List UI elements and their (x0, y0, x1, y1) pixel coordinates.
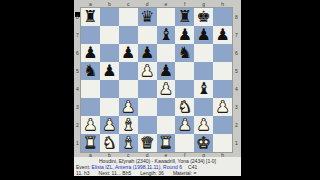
square-h2[interactable] (213, 116, 232, 134)
white-bishop: ♝ (121, 116, 135, 134)
last-move: 11. h3 (76, 170, 90, 176)
rank-labels-left: 87654321 (74, 8, 81, 152)
square-f5[interactable] (175, 62, 194, 80)
square-d2[interactable] (138, 116, 157, 134)
black-pawn: ♟ (159, 62, 173, 80)
square-d6[interactable]: ♟ (138, 44, 157, 62)
square-g1[interactable]: ♚ (194, 134, 213, 152)
white-pawn: ♟ (121, 98, 135, 116)
square-d3[interactable] (138, 98, 157, 116)
square-c3[interactable]: ♟ (119, 98, 138, 116)
video-frame: abcdefgh 87654321 87654321 abcdefgh ♜♛♜♚… (74, 0, 241, 176)
square-g6[interactable] (194, 44, 213, 62)
square-d1[interactable]: ♛ (138, 134, 157, 152)
square-d8[interactable]: ♛ (138, 8, 157, 26)
square-d7[interactable] (138, 26, 157, 44)
square-g7[interactable]: ♟ (194, 26, 213, 44)
game-info-panel: Houdini, Efynah (2340) - Kawadrill, Yona… (74, 157, 241, 176)
coord-label-3: 3 (232, 98, 241, 116)
square-f1[interactable] (175, 134, 194, 152)
black-rook: ♜ (83, 8, 97, 26)
black-pawn: ♟ (102, 62, 116, 80)
white-queen: ♛ (140, 134, 154, 152)
coord-label-6: 6 (232, 44, 241, 62)
black-bishop: ♝ (197, 80, 211, 98)
white-pawn: ♟ (83, 116, 97, 134)
coord-label-4: 4 (232, 80, 241, 98)
square-b4[interactable] (100, 80, 119, 98)
black-knight: ♞ (83, 62, 97, 80)
white-rook: ♜ (83, 134, 97, 152)
square-e3[interactable] (157, 98, 176, 116)
black-pawn: ♟ (215, 26, 229, 44)
chess-board: ♜♛♜♚♝♟♟♟♟♟♟♞♞♟♟♟♟♝♟♞♟♟♟♝♟♟♜♞♝♛♜♚ (81, 8, 232, 152)
square-h5[interactable] (213, 62, 232, 80)
square-h3[interactable]: ♟ (213, 98, 232, 116)
square-g5[interactable] (194, 62, 213, 80)
white-rook: ♜ (159, 134, 173, 152)
square-g3[interactable] (194, 98, 213, 116)
square-d5[interactable]: ♟ (138, 62, 157, 80)
square-g8[interactable]: ♚ (194, 8, 213, 26)
square-a4[interactable] (81, 80, 100, 98)
white-knight: ♞ (178, 98, 192, 116)
square-b1[interactable]: ♞ (100, 134, 119, 152)
square-f7[interactable]: ♟ (175, 26, 194, 44)
coord-label-1: 1 (232, 134, 241, 152)
coord-label-4: 4 (74, 80, 81, 98)
coord-label-h: h (213, 1, 232, 7)
white-pawn: ♟ (215, 98, 229, 116)
square-e5[interactable]: ♟ (157, 62, 176, 80)
black-bishop: ♝ (159, 26, 173, 44)
coord-label-2: 2 (74, 116, 81, 134)
coord-label-e: e (157, 1, 176, 7)
square-h4[interactable] (213, 80, 232, 98)
black-pawn: ♟ (121, 44, 135, 62)
square-c2[interactable]: ♝ (119, 116, 138, 134)
square-b2[interactable]: ♟ (100, 116, 119, 134)
coord-label-1: 1 (74, 134, 81, 152)
white-pawn: ♟ (102, 116, 116, 134)
square-c1[interactable]: ♝ (119, 134, 138, 152)
square-f3[interactable]: ♞ (175, 98, 194, 116)
white-pawn: ♟ (159, 80, 173, 98)
square-g2[interactable]: ♟ (194, 116, 213, 134)
square-a2[interactable]: ♟ (81, 116, 100, 134)
square-g4[interactable]: ♝ (194, 80, 213, 98)
square-a1[interactable]: ♜ (81, 134, 100, 152)
white-king: ♚ (197, 134, 211, 152)
square-e7[interactable]: ♝ (157, 26, 176, 44)
square-a7[interactable] (81, 26, 100, 44)
black-rook: ♜ (178, 8, 192, 26)
square-b5[interactable]: ♟ (100, 62, 119, 80)
square-a3[interactable] (81, 98, 100, 116)
black-knight: ♞ (178, 44, 192, 62)
square-c6[interactable]: ♟ (119, 44, 138, 62)
coord-label-8: 8 (74, 8, 81, 26)
square-e2[interactable] (157, 116, 176, 134)
square-a6[interactable]: ♟ (81, 44, 100, 62)
coord-label-3: 3 (74, 98, 81, 116)
white-bishop: ♝ (121, 134, 135, 152)
white-pawn: ♟ (197, 116, 211, 134)
black-pawn: ♟ (197, 26, 211, 44)
square-b6[interactable] (100, 44, 119, 62)
square-c4[interactable] (119, 80, 138, 98)
square-d4[interactable] (138, 80, 157, 98)
square-a5[interactable]: ♞ (81, 62, 100, 80)
square-e4[interactable]: ♟ (157, 80, 176, 98)
square-c7[interactable] (119, 26, 138, 44)
coord-label-6: 6 (74, 44, 81, 62)
square-h7[interactable]: ♟ (213, 26, 232, 44)
square-c5[interactable] (119, 62, 138, 80)
square-e1[interactable]: ♜ (157, 134, 176, 152)
square-h8[interactable] (213, 8, 232, 26)
square-f6[interactable]: ♞ (175, 44, 194, 62)
square-b3[interactable] (100, 98, 119, 116)
square-f4[interactable] (175, 80, 194, 98)
black-king: ♚ (197, 8, 211, 26)
square-e8[interactable] (157, 8, 176, 26)
square-e6[interactable] (157, 44, 176, 62)
coord-label-5: 5 (232, 62, 241, 80)
coord-label-2: 2 (232, 116, 241, 134)
black-pawn: ♟ (140, 44, 154, 62)
coord-label-5: 5 (74, 62, 81, 80)
length-value: Length: 36 (140, 170, 164, 176)
square-a8[interactable]: ♜ (81, 8, 100, 26)
rank-labels-right: 87654321 (232, 8, 241, 152)
coord-label-b: b (100, 1, 119, 7)
move-status-line: 11. h3 Next: 11... Bh5 Length: 36 Materi… (74, 170, 241, 176)
material-value: Material: = (173, 170, 196, 176)
black-queen: ♛ (140, 8, 154, 26)
square-c8[interactable] (119, 8, 138, 26)
white-pawn: ♟ (140, 62, 154, 80)
coord-label-8: 8 (232, 8, 241, 26)
white-knight: ♞ (102, 134, 116, 152)
coord-label-7: 7 (232, 26, 241, 44)
black-pawn: ♟ (178, 26, 192, 44)
square-f8[interactable]: ♜ (175, 8, 194, 26)
coord-label-c: c (119, 1, 138, 7)
next-move: Next: 11... Bh5 (99, 170, 132, 176)
coord-label-7: 7 (74, 26, 81, 44)
square-f2[interactable]: ♟ (175, 116, 194, 134)
square-h6[interactable] (213, 44, 232, 62)
square-b8[interactable] (100, 8, 119, 26)
square-b7[interactable] (100, 26, 119, 44)
square-h1[interactable] (213, 134, 232, 152)
black-pawn: ♟ (83, 44, 97, 62)
white-pawn: ♟ (178, 116, 192, 134)
